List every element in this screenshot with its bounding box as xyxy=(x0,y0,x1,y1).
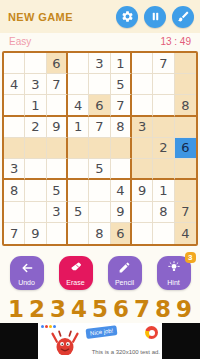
pencil-button-label: Pencil xyxy=(115,279,134,287)
cell-r6c4[interactable] xyxy=(68,159,89,180)
cell-r4c8[interactable] xyxy=(153,117,174,138)
cell-r1c1[interactable] xyxy=(4,53,25,74)
cell-r3c2[interactable]: 1 xyxy=(25,95,46,116)
cell-r7c9[interactable] xyxy=(175,180,196,201)
cell-r6c8[interactable] xyxy=(153,159,174,180)
hint-button-label: Hint xyxy=(167,279,179,287)
admob-logo-icon xyxy=(145,326,158,339)
cell-r4c1[interactable] xyxy=(4,117,25,138)
ad-content[interactable]: Nice job! This is a 320x100 test ad. xyxy=(38,323,162,359)
cell-r2c5[interactable] xyxy=(89,74,110,95)
cell-r1c9[interactable] xyxy=(175,53,196,74)
cell-r7c4[interactable] xyxy=(68,180,89,201)
page-title: NEW GAME xyxy=(8,11,110,23)
cell-r7c5[interactable] xyxy=(89,180,110,201)
ad-monster-icon xyxy=(50,327,80,359)
cell-r5c9[interactable]: 6 xyxy=(175,138,196,159)
cell-r3c8[interactable] xyxy=(153,95,174,116)
cell-r9c5[interactable]: 8 xyxy=(89,223,110,244)
ad-banner: Nice job! This is a 320x100 test ad. xyxy=(0,323,200,359)
cell-r8c5[interactable] xyxy=(89,202,110,223)
numpad-key-3[interactable]: 3 xyxy=(50,294,66,324)
numpad-key-8[interactable]: 8 xyxy=(155,294,171,324)
cell-r5c8[interactable]: 2 xyxy=(153,138,174,159)
cell-r5c6[interactable] xyxy=(111,138,132,159)
cell-r5c3[interactable] xyxy=(47,138,68,159)
undo-button-label: Undo xyxy=(18,279,35,287)
cell-r1c7[interactable] xyxy=(132,53,153,74)
sudoku-board: 63174375146782917832635854913598779864 xyxy=(2,51,198,246)
cell-r6c5[interactable]: 5 xyxy=(89,159,110,180)
top-bar: NEW GAME xyxy=(0,0,200,33)
cell-r4c7[interactable]: 3 xyxy=(132,117,153,138)
cell-r8c8[interactable]: 8 xyxy=(153,202,174,223)
numpad-key-5[interactable]: 5 xyxy=(92,294,108,324)
cell-r8c1[interactable] xyxy=(4,202,25,223)
cell-r3c1[interactable] xyxy=(4,95,25,116)
numpad-key-7[interactable]: 7 xyxy=(134,294,150,324)
cell-r9c4[interactable] xyxy=(68,223,89,244)
difficulty-label: Easy xyxy=(9,36,31,47)
hint-button[interactable]: 3 Hint xyxy=(157,256,191,290)
cell-r2c9[interactable] xyxy=(175,74,196,95)
cell-r4c3[interactable]: 9 xyxy=(47,117,68,138)
cell-r5c5[interactable] xyxy=(89,138,110,159)
pencil-icon xyxy=(118,260,131,278)
cell-r2c3[interactable]: 7 xyxy=(47,74,68,95)
cell-r1c6[interactable]: 1 xyxy=(111,53,132,74)
cell-r9c3[interactable] xyxy=(47,223,68,244)
cell-r9c1[interactable]: 7 xyxy=(4,223,25,244)
cell-r1c3[interactable]: 6 xyxy=(47,53,68,74)
info-row: Easy 13 : 49 xyxy=(0,33,200,50)
pause-icon xyxy=(150,11,161,22)
toolbar: Undo Erase Pencil 3 Hint xyxy=(0,256,200,290)
cell-r2c4[interactable] xyxy=(68,74,89,95)
cell-r6c1[interactable]: 3 xyxy=(4,159,25,180)
erase-button-label: Erase xyxy=(66,279,84,287)
numpad-key-4[interactable]: 4 xyxy=(71,294,87,324)
cell-r5c4[interactable] xyxy=(68,138,89,159)
cell-r8c4[interactable]: 5 xyxy=(68,202,89,223)
erase-button[interactable]: Erase xyxy=(59,256,93,290)
cell-r2c2[interactable]: 3 xyxy=(25,74,46,95)
numpad-key-9[interactable]: 9 xyxy=(176,294,192,324)
hint-count-badge: 3 xyxy=(185,252,195,263)
cell-r9c9[interactable]: 4 xyxy=(175,223,196,244)
theme-button[interactable] xyxy=(172,6,194,28)
cell-r1c5[interactable]: 3 xyxy=(89,53,110,74)
cell-r5c1[interactable] xyxy=(4,138,25,159)
cell-r7c6[interactable]: 4 xyxy=(111,180,132,201)
cell-r8c2[interactable] xyxy=(25,202,46,223)
cell-r9c2[interactable]: 9 xyxy=(25,223,46,244)
numpad: 123456789 xyxy=(0,294,200,324)
cell-r7c2[interactable] xyxy=(25,180,46,201)
eraser-icon xyxy=(69,260,83,278)
cell-r3c3[interactable] xyxy=(47,95,68,116)
cell-r4c9[interactable] xyxy=(175,117,196,138)
numpad-key-6[interactable]: 6 xyxy=(113,294,129,324)
cell-r6c2[interactable] xyxy=(25,159,46,180)
pencil-button[interactable]: Pencil xyxy=(108,256,142,290)
cell-r2c7[interactable] xyxy=(132,74,153,95)
cell-r2c8[interactable] xyxy=(153,74,174,95)
cell-r5c7[interactable] xyxy=(132,138,153,159)
numpad-key-1[interactable]: 1 xyxy=(8,294,24,324)
cell-r4c2[interactable]: 2 xyxy=(25,117,46,138)
cell-r3c9[interactable]: 8 xyxy=(175,95,196,116)
cell-r8c6[interactable]: 9 xyxy=(111,202,132,223)
cell-r2c1[interactable]: 4 xyxy=(4,74,25,95)
cell-r9c7[interactable] xyxy=(132,223,153,244)
undo-arrow-icon xyxy=(20,260,34,278)
cell-r8c3[interactable]: 3 xyxy=(47,202,68,223)
cell-r4c5[interactable]: 7 xyxy=(89,117,110,138)
cell-r3c4[interactable]: 4 xyxy=(68,95,89,116)
cell-r6c6[interactable] xyxy=(111,159,132,180)
cell-r2c6[interactable]: 5 xyxy=(111,74,132,95)
cell-r4c4[interactable]: 1 xyxy=(68,117,89,138)
ad-ribbon: Nice job! xyxy=(86,325,118,339)
timer: 13 : 49 xyxy=(160,36,191,47)
cell-r7c8[interactable]: 1 xyxy=(153,180,174,201)
settings-gear-icon xyxy=(121,10,134,23)
pause-button[interactable] xyxy=(144,6,166,28)
cell-r1c2[interactable] xyxy=(25,53,46,74)
cell-r1c8[interactable]: 7 xyxy=(153,53,174,74)
cell-r6c9[interactable] xyxy=(175,159,196,180)
cell-r6c3[interactable] xyxy=(47,159,68,180)
cell-r1c4[interactable] xyxy=(68,53,89,74)
ad-body-text: This is a 320x100 test ad. xyxy=(92,349,160,355)
cell-r7c3[interactable]: 5 xyxy=(47,180,68,201)
cell-r3c7[interactable] xyxy=(132,95,153,116)
cell-r5c2[interactable] xyxy=(25,138,46,159)
cell-r9c8[interactable] xyxy=(153,223,174,244)
cell-r3c6[interactable]: 7 xyxy=(111,95,132,116)
paint-brush-icon xyxy=(177,10,190,23)
lightbulb-icon xyxy=(167,260,181,278)
app-screen: NEW GAME Easy 13 : 49 631743751467829178… xyxy=(0,0,200,359)
cell-r9c6[interactable]: 6 xyxy=(111,223,132,244)
cell-r3c5[interactable]: 6 xyxy=(89,95,110,116)
cell-r4c6[interactable]: 8 xyxy=(111,117,132,138)
cell-r8c7[interactable] xyxy=(132,202,153,223)
cell-r6c7[interactable] xyxy=(132,159,153,180)
cell-r8c9[interactable]: 7 xyxy=(175,202,196,223)
settings-button[interactable] xyxy=(116,6,138,28)
numpad-key-2[interactable]: 2 xyxy=(29,294,45,324)
cell-r7c1[interactable]: 8 xyxy=(4,180,25,201)
undo-button[interactable]: Undo xyxy=(10,256,44,290)
cell-r7c7[interactable]: 9 xyxy=(132,180,153,201)
